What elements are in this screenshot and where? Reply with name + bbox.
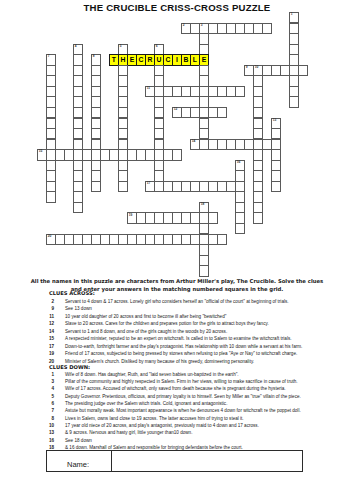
clue-list-number: 4 (0, 385, 54, 392)
clue-list-text: Friend of 17 across, subjected to being … (65, 351, 297, 356)
clue-down-4: 4Wife of 17 across. Accused of witchcraf… (0, 385, 354, 392)
clue-list-text: Wife of 17 across. Accused of witchcraft… (65, 386, 286, 391)
clue-down-6: 6The presiding judge over the Salem witc… (0, 400, 354, 407)
clue-list-text: Astute but morally weak. Most important … (65, 408, 301, 413)
grid-cell[interactable] (235, 223, 245, 234)
clue-across-9: 9See 13 down (0, 305, 354, 313)
clues-down-header: CLUES DOWN: (49, 364, 90, 370)
clue-list-number: 1 (0, 371, 54, 378)
clue-list-text: See 13 down (65, 306, 92, 311)
grid-cell[interactable] (262, 23, 272, 34)
grid-cell[interactable] (235, 86, 245, 97)
clue-list-number: 12 (0, 320, 54, 328)
clue-list-number: 13 (0, 429, 54, 436)
clue-list-text: Wife of 8 down. Has daughter, Ruth, and … (65, 372, 239, 377)
clue-list-number: 20 (0, 358, 54, 366)
clue-down-13: 13& 9 across. Nervous and hasty girl, li… (0, 429, 354, 436)
clue-list-number: 14 (0, 328, 54, 336)
clue-list-number: 3 (0, 378, 54, 385)
clue-number: 17 (147, 182, 151, 185)
clue-list-number: 8 (0, 415, 54, 422)
clue-list-number: 11 (0, 313, 54, 321)
clue-number: 3 (201, 24, 203, 27)
clue-list-text: The presiding judge over the Salem witch… (65, 401, 227, 406)
intro-line-1: All the names in this puzzle are charact… (0, 277, 354, 285)
grid-cell[interactable] (217, 107, 227, 118)
clue-number: 7 (48, 55, 50, 58)
clue-across-12: 12Slave to 20 across. Cares for the chil… (0, 320, 354, 328)
clue-list-text: Servant to 1 and 8 down, and one of the … (65, 329, 227, 334)
clue-across-2: 2Servant to 4 down & 17 across. Lonely g… (0, 298, 354, 306)
clue-list-text: & 9 across. Nervous and hasty girl, litt… (65, 430, 192, 435)
clue-list-text: 17 year old niece of 20 across, and play… (65, 423, 259, 428)
clue-down-1: 1Wife of 8 down. Has daughter, Ruth, and… (0, 371, 354, 378)
clue-list-number: 6 (0, 400, 54, 407)
grid-cell[interactable] (217, 234, 227, 245)
clue-list-text: Pillar of the community and highly respe… (65, 379, 298, 384)
clue-number: 11 (147, 87, 150, 90)
clue-list-number: 17 (0, 343, 54, 351)
clue-list-number: 10 (0, 422, 54, 429)
clue-list-text: Slave to 20 across. Cares for the childr… (65, 321, 269, 326)
worksheet-page: THE CRUCIBLE CRISS-CROSS PUZZLE 12345678… (0, 0, 354, 500)
clue-number: 6 (156, 45, 158, 48)
clues-down-list: 1Wife of 8 down. Has daughter, Ruth, and… (0, 371, 354, 451)
clue-list-text: A respected minister, reputed to be an e… (65, 336, 291, 341)
clue-number: 14 (192, 140, 196, 143)
name-input-area[interactable] (112, 451, 302, 471)
clue-down-3: 3Pillar of the community and highly resp… (0, 378, 354, 385)
grid-cell[interactable] (253, 212, 263, 223)
clue-number: 20 (48, 235, 52, 238)
clue-list-number: 2 (0, 298, 54, 306)
clue-number: 18 (201, 203, 205, 206)
clue-list-number: 7 (0, 407, 54, 414)
clue-number: 2 (183, 24, 185, 27)
clue-down-7: 7Astute but morally weak. Most important… (0, 407, 354, 414)
clue-number: 8 (93, 55, 95, 58)
grid-cell[interactable] (289, 96, 299, 107)
clue-list-number: 16 (0, 437, 54, 444)
clue-across-14: 14Servant to 1 and 8 down, and one of th… (0, 328, 354, 336)
grid-cell[interactable] (271, 181, 281, 192)
clue-across-17: 17Down-to-earth, forthright farmer and t… (0, 343, 354, 351)
clue-list-text: Lives in Salem, owns land close to 19 ac… (65, 416, 244, 421)
clue-number: 15 (39, 150, 43, 153)
crossword-grid: 12345678THECRUCIBLE910111213141516171819… (37, 12, 307, 276)
clue-down-10: 1017 year old niece of 20 across, and pl… (0, 422, 354, 429)
clues-across-header: CLUES ACROSS: (49, 290, 95, 296)
grid-cell[interactable] (208, 212, 218, 223)
clue-down-5: 5Deputy Governor. Pretentious, officious… (0, 393, 354, 400)
grid-cell[interactable] (298, 65, 308, 76)
clues-across-list: 2Servant to 4 down & 17 across. Lonely g… (0, 298, 354, 366)
clue-number: 4 (75, 45, 77, 48)
clue-number: 19 (129, 214, 133, 217)
clue-number: 12 (174, 108, 178, 111)
grid-cell[interactable] (172, 149, 182, 160)
clue-number: 9 (246, 66, 248, 69)
clue-number: 5 (120, 45, 122, 48)
clue-list-text: 10 year old daughter of 20 across and fi… (65, 314, 226, 319)
clue-list-number: 19 (0, 350, 54, 358)
clue-number: 13 (273, 119, 277, 122)
grid-cell[interactable] (91, 181, 101, 192)
clue-list-number: 15 (0, 335, 54, 343)
clue-list-text: Minister of Salem's church. Disliked by … (65, 359, 254, 364)
grid-cell[interactable] (46, 191, 56, 202)
clue-list-text: Servant to 4 down & 17 across. Lonely gi… (65, 299, 289, 304)
clue-list-text: See 18 down (65, 438, 92, 443)
clue-number: 10 (255, 66, 259, 69)
clue-down-16: 16See 18 down (0, 437, 354, 444)
name-box: Name: (46, 450, 303, 472)
clue-list-text: Deputy Governor. Pretentious, officious,… (65, 394, 301, 399)
clue-list-text: Down-to-earth, forthright farmer and the… (65, 344, 302, 349)
clue-number: 1 (291, 13, 293, 16)
clue-across-15: 15A respected minister, reputed to be an… (0, 335, 354, 343)
grid-cell[interactable] (199, 265, 209, 276)
clue-across-19: 19Friend of 17 across, subjected to bein… (0, 350, 354, 358)
clue-list-number: 9 (0, 305, 54, 313)
grid-cell[interactable] (118, 181, 128, 192)
grid-cell[interactable] (73, 202, 83, 213)
name-label: Name: (67, 460, 89, 469)
clue-number: 16 (237, 161, 241, 164)
clue-down-8: 8Lives in Salem, owns land close to 19 a… (0, 415, 354, 422)
clue-across-11: 1110 year old daughter of 20 across and … (0, 313, 354, 321)
clue-list-number: 5 (0, 393, 54, 400)
